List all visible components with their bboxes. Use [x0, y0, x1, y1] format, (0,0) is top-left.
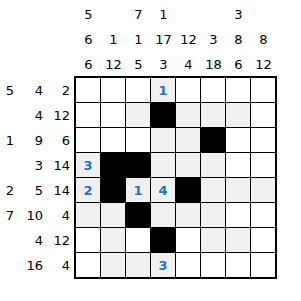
cell-r1c0[interactable]: [76, 103, 100, 127]
left-clue-r3-slot2: 14: [45, 153, 72, 178]
top-clue-c1-slot1: 1: [101, 27, 126, 52]
cell-r1c4[interactable]: [176, 103, 200, 127]
cell-r0c2[interactable]: [126, 78, 150, 102]
cell-r5c1[interactable]: [101, 203, 125, 227]
left-clue-r6-slot2: 12: [45, 228, 72, 253]
cell-r6c0[interactable]: [76, 228, 100, 252]
top-clue-c3-slot0: 1: [151, 2, 176, 27]
top-clue-c3-slot2: 3: [151, 52, 176, 77]
cell-r5c3[interactable]: [151, 203, 175, 227]
cell-r1c3-black[interactable]: [151, 103, 175, 127]
top-clue-c7-slot2: 12: [251, 52, 276, 77]
cell-r0c5[interactable]: [201, 78, 225, 102]
given-digit: 4: [158, 183, 167, 198]
left-clue-r1-slot0: [0, 103, 16, 128]
cell-r2c3[interactable]: [151, 128, 175, 152]
cell-r3c5[interactable]: [201, 153, 225, 177]
left-clues: 54241219631425147104412164: [0, 78, 72, 278]
top-clue-c2-slot0: 7: [126, 2, 151, 27]
top-clue-c6-slot2: 6: [226, 52, 251, 77]
top-clue-c7-slot1: 8: [251, 27, 276, 52]
cell-r0c3[interactable]: 1: [151, 78, 175, 102]
cell-r4c4-black[interactable]: [176, 178, 200, 202]
cell-r3c3[interactable]: [151, 153, 175, 177]
cell-r1c5[interactable]: [201, 103, 225, 127]
left-clue-r3-slot1: 3: [16, 153, 45, 178]
cell-r5c6[interactable]: [226, 203, 250, 227]
cell-r2c4[interactable]: [176, 128, 200, 152]
left-clue-r6-slot0: [0, 228, 16, 253]
cell-r5c2-black[interactable]: [126, 203, 150, 227]
left-clue-r7-slot2: 4: [45, 253, 72, 278]
top-clue-c3-slot1: 17: [151, 27, 176, 52]
cell-r4c1-black[interactable]: [101, 178, 125, 202]
cell-r5c4[interactable]: [176, 203, 200, 227]
top-clue-c2-slot1: 1: [126, 27, 151, 52]
cell-r4c3[interactable]: 4: [151, 178, 175, 202]
cell-r7c7[interactable]: [251, 253, 275, 277]
cell-r2c1[interactable]: [101, 128, 125, 152]
cell-r0c0[interactable]: [76, 78, 100, 102]
cell-r0c1[interactable]: [101, 78, 125, 102]
cell-r1c6[interactable]: [226, 103, 250, 127]
cell-r3c1-black[interactable]: [101, 153, 125, 177]
cell-r3c4[interactable]: [176, 153, 200, 177]
left-clue-r0-slot2: 2: [45, 78, 72, 103]
top-clue-c7-slot0: [251, 2, 276, 27]
cell-r6c7[interactable]: [251, 228, 275, 252]
left-clue-r5-slot0: 7: [0, 203, 16, 228]
cell-r7c3[interactable]: 3: [151, 253, 175, 277]
puzzle-grid: 132143: [74, 76, 277, 279]
cell-r1c1[interactable]: [101, 103, 125, 127]
left-clue-r4-slot2: 14: [45, 178, 72, 203]
cell-r6c6[interactable]: [226, 228, 250, 252]
cell-r0c6[interactable]: [226, 78, 250, 102]
left-clue-r2-slot1: 9: [16, 128, 45, 153]
given-digit: 1: [158, 83, 167, 98]
cell-r4c5[interactable]: [201, 178, 225, 202]
left-clue-r5-slot2: 4: [45, 203, 72, 228]
left-clue-r1-slot1: 4: [16, 103, 45, 128]
cell-r1c7[interactable]: [251, 103, 275, 127]
cell-r4c2[interactable]: 1: [126, 178, 150, 202]
top-clue-c1-slot0: [101, 2, 126, 27]
top-clue-c5-slot2: 18: [201, 52, 226, 77]
cell-r5c5[interactable]: [201, 203, 225, 227]
cell-r6c3-black[interactable]: [151, 228, 175, 252]
cell-r3c2-black[interactable]: [126, 153, 150, 177]
top-clue-c6-slot1: 8: [226, 27, 251, 52]
cell-r4c0[interactable]: 2: [76, 178, 100, 202]
top-clue-c2-slot2: 5: [126, 52, 151, 77]
cell-r7c6[interactable]: [226, 253, 250, 277]
top-clue-c5-slot0: [201, 2, 226, 27]
top-clue-c0-slot2: 6: [76, 52, 101, 77]
given-digit: 3: [83, 158, 92, 173]
cell-r3c6[interactable]: [226, 153, 250, 177]
top-clue-c6-slot0: 3: [226, 2, 251, 27]
left-clue-r1-slot2: 12: [45, 103, 72, 128]
cell-r4c7[interactable]: [251, 178, 275, 202]
left-clue-r7-slot0: [0, 253, 16, 278]
cell-r0c7[interactable]: [251, 78, 275, 102]
cell-r2c6[interactable]: [226, 128, 250, 152]
given-digit: 2: [83, 183, 92, 198]
left-clue-r2-slot2: 6: [45, 128, 72, 153]
cell-r6c2[interactable]: [126, 228, 150, 252]
top-clues: 5713611171238861253418612: [76, 2, 276, 77]
puzzle-page: 5713611171238861253418612 54241219631425…: [0, 0, 301, 301]
cell-r7c5[interactable]: [201, 253, 225, 277]
left-clue-r3-slot0: [0, 153, 16, 178]
left-clue-r5-slot1: 10: [16, 203, 45, 228]
left-clue-r0-slot0: 5: [0, 78, 16, 103]
left-clue-r7-slot1: 16: [16, 253, 45, 278]
cell-r7c4[interactable]: [176, 253, 200, 277]
top-clue-c4-slot2: 4: [176, 52, 201, 77]
top-clue-c4-slot0: [176, 2, 201, 27]
left-clue-r4-slot0: 2: [0, 178, 16, 203]
cell-r7c2[interactable]: [126, 253, 150, 277]
given-digit: 3: [158, 258, 167, 273]
cell-r5c0[interactable]: [76, 203, 100, 227]
cell-r2c7[interactable]: [251, 128, 275, 152]
top-clue-c0-slot0: 5: [76, 2, 101, 27]
cell-r4c6[interactable]: [226, 178, 250, 202]
cell-r2c0[interactable]: [76, 128, 100, 152]
cell-r3c7[interactable]: [251, 153, 275, 177]
cell-r6c1[interactable]: [101, 228, 125, 252]
top-clue-c1-slot2: 12: [101, 52, 126, 77]
left-clue-r2-slot0: 1: [0, 128, 16, 153]
top-clue-c0-slot1: 6: [76, 27, 101, 52]
cell-r2c2[interactable]: [126, 128, 150, 152]
cell-r7c1[interactable]: [101, 253, 125, 277]
given-digit: 1: [133, 183, 142, 198]
top-clue-c5-slot1: 3: [201, 27, 226, 52]
cell-r6c5[interactable]: [201, 228, 225, 252]
left-clue-r0-slot1: 4: [16, 78, 45, 103]
left-clue-r4-slot1: 5: [16, 178, 45, 203]
cell-r3c0[interactable]: 3: [76, 153, 100, 177]
cell-r6c4[interactable]: [176, 228, 200, 252]
cell-r7c0[interactable]: [76, 253, 100, 277]
cell-r1c2[interactable]: [126, 103, 150, 127]
cell-r5c7[interactable]: [251, 203, 275, 227]
top-clue-c4-slot1: 12: [176, 27, 201, 52]
cell-r2c5-black[interactable]: [201, 128, 225, 152]
left-clue-r6-slot1: 4: [16, 228, 45, 253]
cell-r0c4[interactable]: [176, 78, 200, 102]
